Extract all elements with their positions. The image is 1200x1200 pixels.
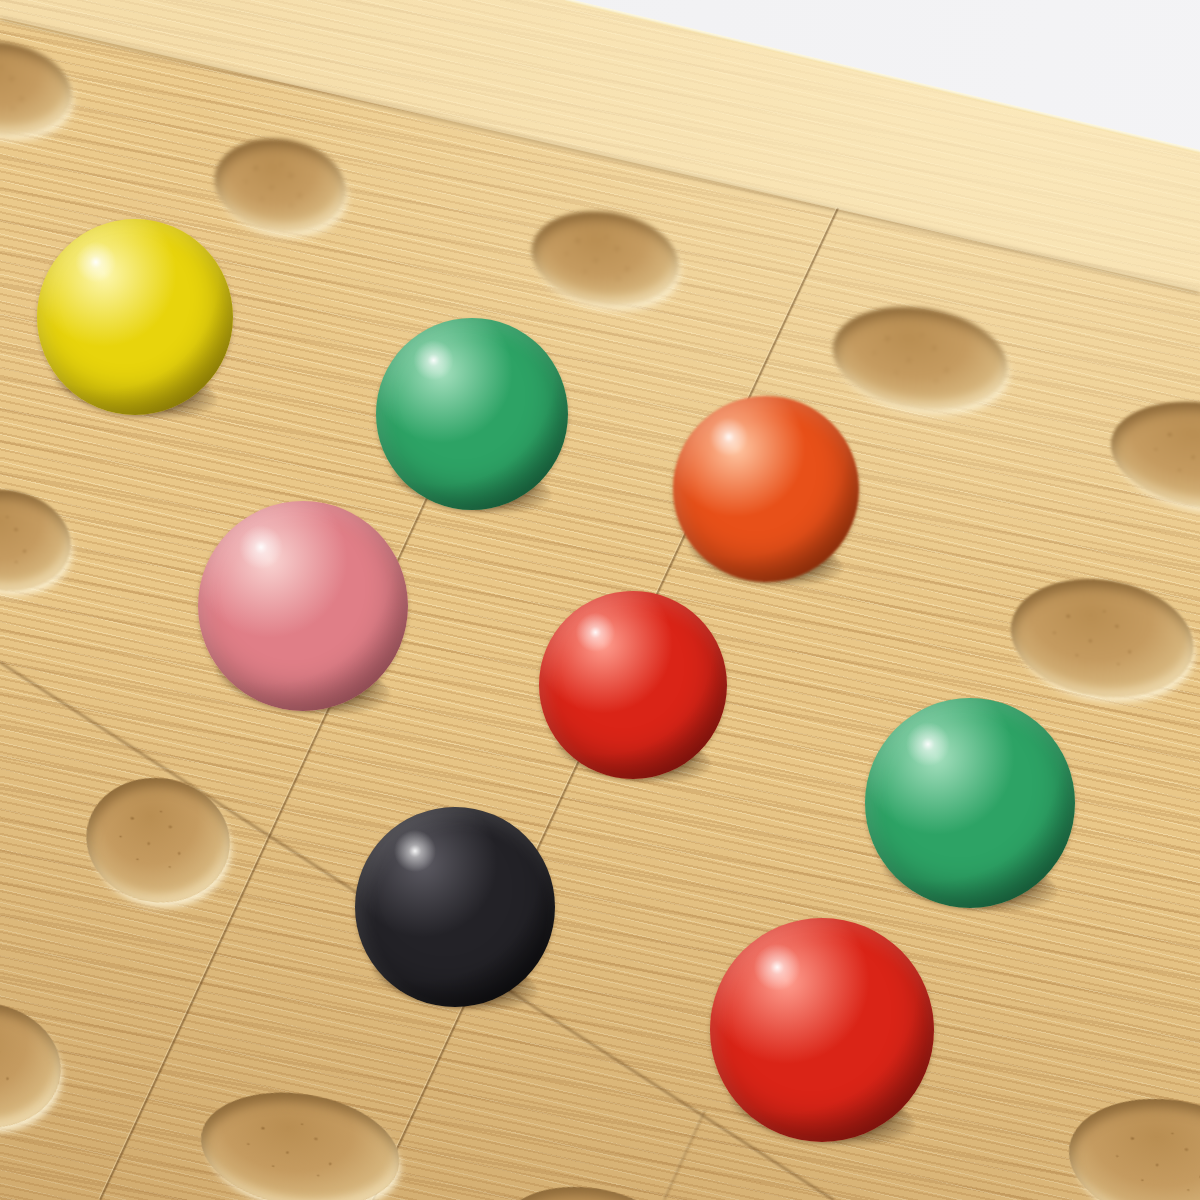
board-pit-r4-c3[interactable] (77, 768, 239, 913)
ball-green-r2-c3[interactable] (376, 318, 568, 510)
ball-red-r4-c5[interactable] (710, 918, 934, 1142)
board-pit-r5-c4[interactable] (192, 1079, 407, 1200)
board-pit-r5-c3[interactable] (0, 992, 70, 1138)
game-board (0, 0, 1200, 1200)
ball-green-r3-c4[interactable] (865, 698, 1075, 908)
board-pit-r4-c6[interactable] (1060, 1085, 1200, 1200)
board-pit-r1-c5[interactable] (1103, 389, 1200, 521)
ball-red-r3-c3[interactable] (539, 591, 727, 779)
board-photo (0, 0, 1200, 1200)
board-seam-groove (662, 1109, 707, 1200)
ball-yellow-r2-c2[interactable] (37, 219, 233, 415)
ball-pink-r3-c2[interactable] (198, 501, 408, 711)
board-pit-r1-c4[interactable] (825, 295, 1014, 421)
board-pit-r5-c5[interactable] (493, 1175, 687, 1200)
board-pit-r1-c3[interactable] (525, 201, 686, 315)
ball-black-r4-c4[interactable] (355, 807, 555, 1007)
board-pit-r1-c1[interactable] (0, 31, 78, 144)
board-pit-r3-c1[interactable] (0, 480, 78, 599)
board-pit-r1-c2[interactable] (208, 129, 353, 241)
ball-orange-r2-c4[interactable] (673, 396, 859, 582)
board-pit-r2-c5[interactable] (1002, 566, 1200, 709)
